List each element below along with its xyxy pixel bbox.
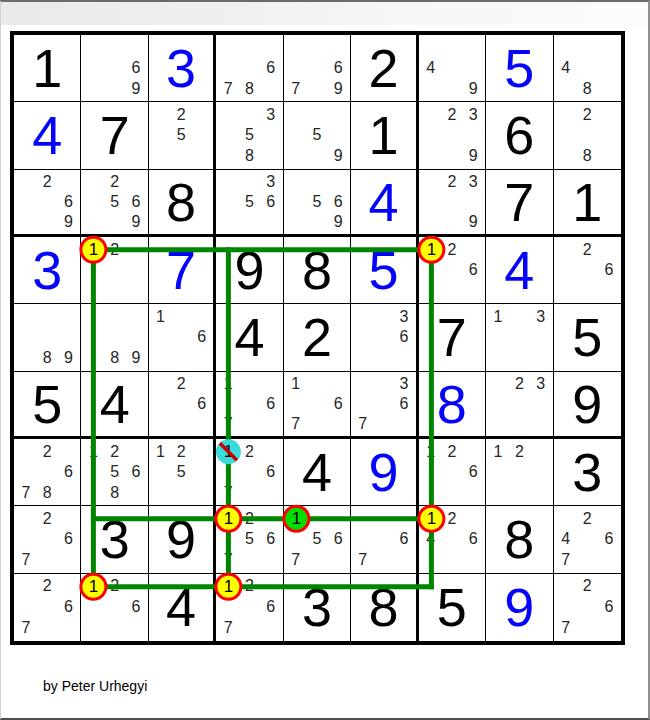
candidate-5: 5 [110, 194, 119, 210]
cell-r8c6[interactable]: 67 [351, 506, 418, 573]
candidate-6: 6 [64, 599, 73, 615]
cell-r9c1[interactable]: 267 [14, 574, 81, 641]
candidate-7: 7 [224, 81, 233, 97]
given-digit: 8 [284, 237, 350, 303]
cell-r9c3[interactable]: 4 [149, 574, 216, 641]
cell-r6c5[interactable]: 167 [284, 372, 351, 439]
cell-r6c8[interactable]: 23 [486, 372, 553, 439]
cell-r2c3[interactable]: 25 [149, 102, 216, 169]
candidate-1: 1 [224, 578, 233, 594]
candidate-2: 2 [245, 511, 254, 527]
candidate-6: 6 [604, 531, 613, 547]
cell-r7c3[interactable]: 125 [149, 439, 216, 506]
candidate-2: 2 [110, 174, 119, 190]
cell-r8c1[interactable]: 267 [14, 506, 81, 573]
cell-r3c8[interactable]: 7 [486, 170, 553, 237]
candidate-6: 6 [334, 194, 343, 210]
candidate-2: 2 [43, 578, 52, 594]
author-caption: by Peter Urhegyi [43, 678, 147, 694]
candidate-6: 6 [197, 396, 206, 412]
cell-r2c8[interactable]: 6 [486, 102, 553, 169]
cell-r3c9[interactable]: 1 [554, 170, 621, 237]
cell-r5c1[interactable]: 89 [14, 304, 81, 371]
given-digit: 4 [284, 439, 350, 505]
candidate-3: 3 [400, 376, 409, 392]
cell-r3c4[interactable]: 356 [216, 170, 283, 237]
cell-r2c5[interactable]: 59 [284, 102, 351, 169]
candidate-5: 5 [313, 531, 322, 547]
given-digit: 5 [14, 372, 80, 436]
candidate-4: 4 [426, 60, 435, 76]
candidate-1: 1 [224, 376, 233, 392]
candidate-9: 9 [469, 214, 478, 230]
cell-r8c5[interactable]: 1567 [284, 506, 351, 573]
sudoku-board: 1693678679249548472535859123962826925698… [10, 31, 625, 645]
candidate-3: 3 [469, 174, 478, 190]
candidate-6: 6 [266, 194, 275, 210]
cell-r4c6[interactable]: 5 [351, 237, 418, 304]
candidate-9: 9 [469, 81, 478, 97]
given-digit: 8 [351, 574, 415, 641]
candidate-9: 9 [64, 350, 73, 366]
candidate-6: 6 [334, 396, 343, 412]
cell-r5c8[interactable]: 13 [486, 304, 553, 371]
given-digit: 1 [351, 102, 415, 168]
candidate-1: 1 [156, 309, 165, 325]
cell-r7c2[interactable]: 12568 [81, 439, 148, 506]
cell-r1c7[interactable]: 49 [419, 35, 486, 102]
candidate-2: 2 [447, 511, 456, 527]
candidate-7: 7 [291, 552, 300, 568]
candidate-3: 3 [266, 107, 275, 123]
candidate-1: 1 [224, 511, 233, 527]
cell-r1c2[interactable]: 69 [81, 35, 148, 102]
candidate-2: 2 [245, 578, 254, 594]
cell-r1c5[interactable]: 679 [284, 35, 351, 102]
candidate-2: 2 [447, 107, 456, 123]
given-digit: 9 [149, 506, 213, 572]
candidate-3: 3 [469, 107, 478, 123]
cell-r3c3[interactable]: 8 [149, 170, 216, 237]
candidate-7: 7 [224, 485, 233, 501]
cell-r5c6[interactable]: 36 [351, 304, 418, 371]
cell-r9c7[interactable]: 5 [419, 574, 486, 641]
given-digit: 4 [216, 304, 282, 370]
cell-r6c9[interactable]: 9 [554, 372, 621, 439]
candidate-2: 2 [43, 444, 52, 460]
candidate-7: 7 [22, 620, 31, 636]
cell-r6c7[interactable]: 8 [419, 372, 486, 439]
cell-r1c3[interactable]: 3 [149, 35, 216, 102]
candidate-6: 6 [469, 531, 478, 547]
cell-r1c6[interactable]: 2 [351, 35, 418, 102]
cell-r9c9[interactable]: 267 [554, 574, 621, 641]
given-digit: 2 [284, 304, 350, 370]
candidate-6: 6 [197, 329, 206, 345]
candidate-6: 6 [64, 531, 73, 547]
cell-r9c4[interactable]: 1267 [216, 574, 283, 641]
candidate-6: 6 [266, 599, 275, 615]
candidate-4: 4 [561, 531, 570, 547]
candidate-6: 6 [469, 262, 478, 278]
candidate-8: 8 [583, 81, 592, 97]
candidate-7: 7 [22, 485, 31, 501]
candidate-9: 9 [131, 81, 140, 97]
candidate-6: 6 [64, 464, 73, 480]
candidate-6: 6 [400, 329, 409, 345]
candidate-5: 5 [245, 194, 254, 210]
cell-r8c4[interactable]: 12567 [216, 506, 283, 573]
candidate-1: 1 [291, 376, 300, 392]
given-digit: 4 [149, 574, 213, 641]
solver-window: { "game": "sudoku", "caption": "by Peter… [0, 0, 650, 720]
candidate-2: 2 [245, 444, 254, 460]
cell-r3c6[interactable]: 4 [351, 170, 418, 237]
candidate-2: 2 [177, 444, 186, 460]
cell-r3c1[interactable]: 269 [14, 170, 81, 237]
candidate-5: 5 [313, 127, 322, 143]
cell-r4c3[interactable]: 7 [149, 237, 216, 304]
candidate-8: 8 [245, 148, 254, 164]
candidate-4: 4 [426, 531, 435, 547]
cell-r8c7[interactable]: 1246 [419, 506, 486, 573]
candidate-7: 7 [22, 552, 31, 568]
given-digit: 1 [554, 170, 621, 234]
candidate-6: 6 [266, 60, 275, 76]
cell-r9c8[interactable]: 9 [486, 574, 553, 641]
candidate-8: 8 [43, 350, 52, 366]
given-digit: 2 [351, 35, 415, 101]
candidate-5: 5 [110, 464, 119, 480]
candidate-2: 2 [515, 444, 524, 460]
candidate-1: 1 [156, 444, 165, 460]
candidate-1: 1 [426, 242, 435, 258]
cell-r6c4[interactable]: 167 [216, 372, 283, 439]
cell-r2c2[interactable]: 7 [81, 102, 148, 169]
candidate-2: 2 [110, 242, 119, 258]
candidate-6: 6 [131, 60, 140, 76]
candidate-8: 8 [110, 350, 119, 366]
candidate-6: 6 [266, 531, 275, 547]
candidate-1: 1 [224, 444, 233, 460]
candidate-6: 6 [469, 464, 478, 480]
cell-r8c8[interactable]: 8 [486, 506, 553, 573]
candidate-7: 7 [291, 81, 300, 97]
given-digit: 3 [284, 574, 350, 641]
cell-r7c5[interactable]: 4 [284, 439, 351, 506]
candidate-6: 6 [334, 531, 343, 547]
given-digit: 5 [554, 304, 621, 370]
cell-r6c2[interactable]: 4 [81, 372, 148, 439]
candidate-2: 2 [110, 578, 119, 594]
candidate-2: 2 [177, 376, 186, 392]
cell-r3c2[interactable]: 2569 [81, 170, 148, 237]
given-digit: 9 [554, 372, 621, 436]
candidate-2: 2 [110, 444, 119, 460]
candidate-2: 2 [43, 511, 52, 527]
candidate-1: 1 [89, 242, 98, 258]
candidate-7: 7 [358, 552, 367, 568]
candidate-7: 7 [358, 416, 367, 432]
cell-r2c1[interactable]: 4 [14, 102, 81, 169]
candidate-9: 9 [469, 148, 478, 164]
candidate-5: 5 [245, 127, 254, 143]
candidate-9: 9 [64, 214, 73, 230]
candidate-2: 2 [447, 444, 456, 460]
cell-r6c3[interactable]: 26 [149, 372, 216, 439]
cell-r7c6[interactable]: 9 [351, 439, 418, 506]
candidate-2: 2 [43, 174, 52, 190]
cell-r7c4[interactable]: 1267 [216, 439, 283, 506]
cell-r2c4[interactable]: 358 [216, 102, 283, 169]
candidate-7: 7 [224, 552, 233, 568]
candidate-6: 6 [400, 531, 409, 547]
given-digit: 6 [486, 102, 552, 168]
candidate-9: 9 [334, 148, 343, 164]
cell-r4c8[interactable]: 4 [486, 237, 553, 304]
candidate-1: 1 [291, 511, 300, 527]
cell-r4c2[interactable]: 12 [81, 237, 148, 304]
candidate-4: 4 [561, 60, 570, 76]
cell-r5c4[interactable]: 4 [216, 304, 283, 371]
candidate-6: 6 [64, 194, 73, 210]
solved-digit: 5 [486, 35, 552, 101]
cell-r5c9[interactable]: 5 [554, 304, 621, 371]
given-digit: 9 [216, 237, 282, 303]
solved-digit: 4 [351, 170, 415, 234]
cell-r8c9[interactable]: 2467 [554, 506, 621, 573]
candidate-3: 3 [400, 309, 409, 325]
cell-r8c2[interactable]: 3 [81, 506, 148, 573]
candidate-2: 2 [583, 242, 592, 258]
cell-r5c3[interactable]: 16 [149, 304, 216, 371]
given-digit: 1 [14, 35, 80, 101]
cell-r3c5[interactable]: 569 [284, 170, 351, 237]
candidate-9: 9 [334, 214, 343, 230]
cell-r1c4[interactable]: 678 [216, 35, 283, 102]
candidate-2: 2 [447, 242, 456, 258]
candidate-8: 8 [245, 81, 254, 97]
candidate-3: 3 [536, 376, 545, 392]
cell-r8c3[interactable]: 9 [149, 506, 216, 573]
solved-digit: 8 [419, 372, 485, 436]
given-digit: 3 [81, 506, 147, 572]
cell-r7c8[interactable]: 12 [486, 439, 553, 506]
candidate-7: 7 [561, 620, 570, 636]
candidate-1: 1 [494, 309, 503, 325]
candidate-6: 6 [131, 194, 140, 210]
solved-digit: 9 [486, 574, 552, 641]
cell-r1c1[interactable]: 1 [14, 35, 81, 102]
cell-r1c9[interactable]: 48 [554, 35, 621, 102]
solved-digit: 4 [486, 237, 552, 303]
given-digit: 7 [419, 304, 485, 370]
solved-digit: 5 [351, 237, 415, 303]
cell-r6c1[interactable]: 5 [14, 372, 81, 439]
candidate-6: 6 [266, 396, 275, 412]
candidate-1: 1 [426, 444, 435, 460]
candidate-9: 9 [334, 81, 343, 97]
candidate-3: 3 [266, 174, 275, 190]
solved-digit: 9 [351, 439, 415, 505]
given-digit: 8 [486, 506, 552, 572]
cell-r9c5[interactable]: 3 [284, 574, 351, 641]
given-digit: 5 [419, 574, 485, 641]
candidate-5: 5 [313, 194, 322, 210]
cell-r9c2[interactable]: 126 [81, 574, 148, 641]
candidate-8: 8 [583, 148, 592, 164]
candidate-9: 9 [131, 214, 140, 230]
given-digit: 4 [81, 372, 147, 436]
solved-digit: 7 [149, 237, 213, 303]
candidate-2: 2 [447, 174, 456, 190]
cell-r3c7[interactable]: 239 [419, 170, 486, 237]
candidate-5: 5 [177, 127, 186, 143]
solved-digit: 3 [149, 35, 213, 101]
candidate-2: 2 [177, 107, 186, 123]
cell-r4c4[interactable]: 9 [216, 237, 283, 304]
candidate-2: 2 [583, 578, 592, 594]
candidate-2: 2 [515, 376, 524, 392]
candidate-7: 7 [561, 552, 570, 568]
cell-r4c5[interactable]: 8 [284, 237, 351, 304]
solved-digit: 3 [14, 237, 80, 303]
candidate-1: 1 [494, 444, 503, 460]
candidate-9: 9 [131, 350, 140, 366]
cell-r5c7[interactable]: 7 [419, 304, 486, 371]
candidate-5: 5 [177, 464, 186, 480]
solved-digit: 4 [14, 102, 80, 168]
candidate-2: 2 [583, 107, 592, 123]
candidate-6: 6 [604, 599, 613, 615]
candidate-7: 7 [291, 416, 300, 432]
cell-r2c9[interactable]: 28 [554, 102, 621, 169]
candidate-6: 6 [131, 464, 140, 480]
candidate-8: 8 [110, 485, 119, 501]
cell-r2c7[interactable]: 239 [419, 102, 486, 169]
given-digit: 3 [554, 439, 621, 505]
title-bar [1, 2, 648, 25]
cell-r4c1[interactable]: 3 [14, 237, 81, 304]
cell-r7c9[interactable]: 3 [554, 439, 621, 506]
given-digit: 7 [486, 170, 552, 234]
candidate-2: 2 [583, 511, 592, 527]
candidate-1: 1 [89, 444, 98, 460]
candidate-7: 7 [224, 416, 233, 432]
cell-r1c8[interactable]: 5 [486, 35, 553, 102]
candidate-1: 1 [89, 578, 98, 594]
candidate-6: 6 [604, 262, 613, 278]
cell-r4c7[interactable]: 126 [419, 237, 486, 304]
given-digit: 7 [81, 102, 147, 168]
cell-r4c9[interactable]: 26 [554, 237, 621, 304]
cell-r7c7[interactable]: 126 [419, 439, 486, 506]
cell-r7c1[interactable]: 2678 [14, 439, 81, 506]
candidate-6: 6 [266, 464, 275, 480]
candidate-3: 3 [536, 309, 545, 325]
cell-r5c5[interactable]: 2 [284, 304, 351, 371]
candidate-6: 6 [334, 60, 343, 76]
cell-r5c2[interactable]: 89 [81, 304, 148, 371]
cell-r2c6[interactable]: 1 [351, 102, 418, 169]
candidate-8: 8 [43, 485, 52, 501]
candidate-7: 7 [224, 620, 233, 636]
candidate-1: 1 [426, 511, 435, 527]
candidate-6: 6 [131, 599, 140, 615]
cell-r6c6[interactable]: 367 [351, 372, 418, 439]
candidate-5: 5 [245, 531, 254, 547]
candidate-6: 6 [400, 396, 409, 412]
cell-r9c6[interactable]: 8 [351, 574, 418, 641]
given-digit: 8 [149, 170, 213, 234]
